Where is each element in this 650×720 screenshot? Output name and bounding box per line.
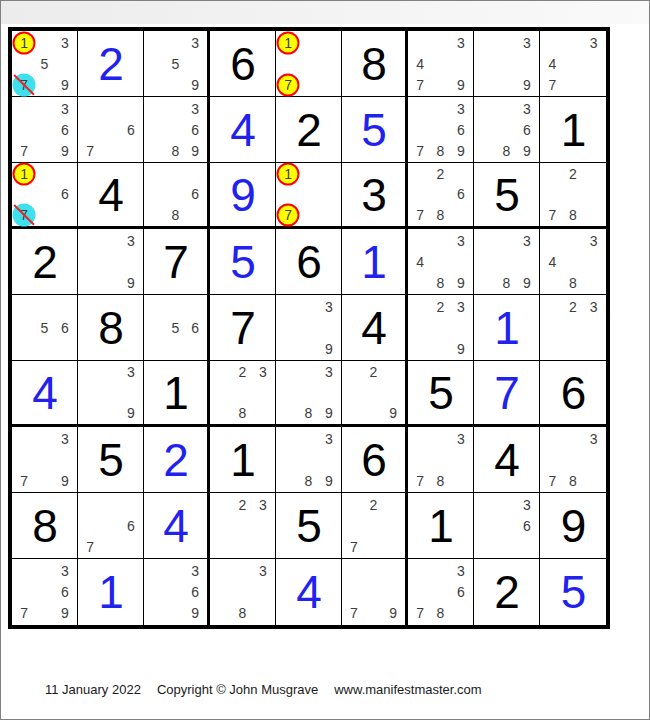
candidate-empty: [319, 205, 339, 225]
cell-r1c6[interactable]: 8: [342, 31, 408, 97]
candidate-empty: [410, 428, 430, 449]
candidate-empty: [542, 449, 563, 470]
candidate-3: 3: [55, 428, 75, 449]
solved-digit: 1: [98, 569, 123, 615]
candidate-empty: [146, 205, 166, 225]
candidate-empty: [166, 560, 186, 581]
candidate-grid: 379: [12, 427, 77, 492]
candidate-empty: [121, 536, 141, 557]
cell-r1c3[interactable]: 359: [144, 31, 210, 97]
cell-r1c5[interactable]: 17: [276, 31, 342, 97]
cell-r9c2[interactable]: 1: [78, 559, 144, 625]
given-digit: 5: [296, 503, 321, 549]
cell-r5c2[interactable]: 8: [78, 295, 144, 361]
candidate-grid: 36789: [408, 97, 473, 162]
candidate-empty: [55, 53, 75, 74]
candidate-empty: [410, 164, 430, 184]
candidate-7: 7: [80, 536, 100, 557]
candidate-empty: [212, 382, 232, 402]
candidate-8: 8: [563, 272, 584, 293]
cell-r6c3[interactable]: 1: [144, 361, 210, 427]
given-digit: 8: [32, 503, 57, 549]
given-digit: 7: [163, 239, 188, 285]
given-digit: 5: [98, 437, 123, 483]
candidate-grid: 3479: [408, 31, 473, 96]
cell-r9c1[interactable]: 3679: [12, 559, 78, 625]
cell-r8c5[interactable]: 5: [276, 493, 342, 559]
candidate-empty: [278, 338, 298, 359]
candidate-empty: [476, 272, 496, 293]
cell-r2c8[interactable]: 3689: [474, 97, 540, 163]
candidate-empty: [344, 560, 364, 581]
cell-r1c9[interactable]: 347: [540, 31, 606, 97]
candidate-empty: [476, 230, 496, 251]
candidate-9: 9: [121, 403, 141, 423]
candidate-empty: [430, 251, 450, 272]
cell-r4c5[interactable]: 6: [276, 229, 342, 295]
candidate-grid: 3679: [12, 97, 77, 162]
candidate-9: 9: [55, 470, 75, 491]
cell-r2c3[interactable]: 3689: [144, 97, 210, 163]
candidate-empty: [319, 164, 339, 184]
candidate-empty: [583, 74, 604, 95]
footer-website: www.manifestmaster.com: [334, 682, 481, 697]
candidate-empty: [185, 338, 205, 359]
candidate-empty: [451, 164, 471, 184]
candidate-empty: [430, 32, 450, 53]
cell-r4c6[interactable]: 1: [342, 229, 408, 295]
candidate-empty: [80, 382, 100, 402]
candidate-3: 3: [583, 32, 604, 53]
candidate-6: 6: [451, 119, 471, 140]
candidate-4: 4: [410, 251, 430, 272]
cell-r6c5[interactable]: 389: [276, 361, 342, 427]
candidate-empty: [496, 74, 516, 95]
candidate-empty: [583, 470, 604, 491]
candidate-empty: [583, 184, 604, 204]
candidate-empty: [563, 251, 584, 272]
cell-r4c1[interactable]: 2: [12, 229, 78, 295]
candidate-6: 6: [185, 581, 205, 602]
candidate-empty: [298, 382, 318, 402]
cell-r7c2[interactable]: 5: [78, 427, 144, 493]
candidate-empty: [146, 296, 166, 317]
candidate-empty: [542, 32, 563, 53]
candidate-empty: [496, 32, 516, 53]
given-digit: 8: [98, 305, 123, 351]
cell-r6c1[interactable]: 4: [12, 361, 78, 427]
candidate-empty: [212, 494, 232, 515]
candidate-empty: [34, 296, 54, 317]
candidate-empty: [278, 428, 298, 449]
given-digit: 4: [98, 172, 123, 218]
candidate-empty: [80, 494, 100, 515]
candidate-grid: 348: [540, 229, 606, 294]
candidate-6: 6: [451, 581, 471, 602]
candidate-empty: [542, 296, 563, 317]
candidate-empty: [364, 382, 384, 402]
cell-r6c6[interactable]: 29: [342, 361, 408, 427]
candidate-3: 3: [451, 32, 471, 53]
candidate-3: 3: [319, 362, 339, 382]
candidate-empty: [146, 164, 166, 184]
cell-r5c3[interactable]: 56: [144, 295, 210, 361]
candidate-empty: [298, 317, 318, 338]
candidate-empty: [476, 98, 496, 119]
candidate-empty: [278, 449, 298, 470]
candidate-3: 3: [55, 98, 75, 119]
candidate-empty: [496, 515, 516, 536]
given-digit: 1: [428, 503, 453, 549]
candidate-empty: [476, 251, 496, 272]
candidate-empty: [364, 403, 384, 423]
solved-digit: 2: [163, 437, 188, 483]
candidate-empty: [298, 449, 318, 470]
cell-r9c9[interactable]: 5: [540, 559, 606, 625]
candidate-1-highlighted-icon: 1: [278, 164, 298, 184]
candidate-empty: [298, 205, 318, 225]
candidate-7: 7: [410, 74, 430, 95]
given-digit: 9: [561, 503, 586, 549]
candidate-grid: 67: [78, 97, 143, 162]
cell-r9c7[interactable]: 3678: [408, 559, 474, 625]
candidate-empty: [319, 317, 339, 338]
given-digit: 6: [361, 437, 386, 483]
cell-r7c3[interactable]: 2: [144, 427, 210, 493]
candidate-3: 3: [319, 428, 339, 449]
candidate-8: 8: [298, 470, 318, 491]
candidate-3: 3: [55, 560, 75, 581]
candidate-2: 2: [430, 296, 450, 317]
candidate-grid: 13579: [12, 31, 77, 96]
candidate-empty: [278, 184, 298, 204]
candidate-8: 8: [298, 403, 318, 423]
cell-r3c5[interactable]: 17: [276, 163, 342, 229]
candidate-3: 3: [185, 32, 205, 53]
candidate-grid: 389: [276, 361, 341, 424]
cell-r1c4[interactable]: 6: [210, 31, 276, 97]
cell-r4c8[interactable]: 389: [474, 229, 540, 295]
candidate-empty: [212, 603, 232, 624]
cell-r2c5[interactable]: 2: [276, 97, 342, 163]
candidate-empty: [319, 74, 339, 95]
cell-r4c7[interactable]: 3489: [408, 229, 474, 295]
cell-r1c1[interactable]: 13579: [12, 31, 78, 97]
candidate-empty: [232, 581, 252, 602]
candidate-7: 7: [542, 470, 563, 491]
candidate-empty: [298, 296, 318, 317]
candidate-6: 6: [55, 581, 75, 602]
candidate-empty: [146, 140, 166, 161]
candidate-3: 3: [253, 560, 273, 581]
candidate-9: 9: [451, 140, 471, 161]
cell-r6c2[interactable]: 39: [78, 361, 144, 427]
candidate-empty: [563, 338, 584, 359]
candidate-grid: 369: [144, 559, 207, 625]
candidate-9: 9: [383, 403, 403, 423]
candidate-7-highlighted-icon: 7: [278, 205, 298, 225]
cell-r8c7[interactable]: 1: [408, 493, 474, 559]
cell-r6c8[interactable]: 7: [474, 361, 540, 427]
cell-r7c7[interactable]: 378: [408, 427, 474, 493]
candidate-6: 6: [517, 515, 537, 536]
candidate-empty: [100, 362, 120, 382]
cell-r3c4[interactable]: 9: [210, 163, 276, 229]
cell-r8c3[interactable]: 4: [144, 493, 210, 559]
candidate-empty: [166, 74, 186, 95]
candidate-empty: [80, 119, 100, 140]
candidate-4: 4: [542, 53, 563, 74]
candidate-6: 6: [185, 119, 205, 140]
cell-r9c4[interactable]: 38: [210, 559, 276, 625]
cell-r2c2[interactable]: 67: [78, 97, 144, 163]
cell-r7c5[interactable]: 389: [276, 427, 342, 493]
candidate-empty: [430, 428, 450, 449]
candidate-8: 8: [430, 140, 450, 161]
candidate-empty: [410, 98, 430, 119]
candidate-3: 3: [253, 362, 273, 382]
cell-r2c7[interactable]: 36789: [408, 97, 474, 163]
candidate-grid: 389: [474, 229, 539, 294]
candidate-empty: [55, 205, 75, 225]
cell-r9c3[interactable]: 369: [144, 559, 210, 625]
candidate-empty: [146, 338, 166, 359]
solved-digit: 7: [494, 370, 519, 416]
candidate-empty: [232, 515, 252, 536]
candidate-empty: [476, 32, 496, 53]
candidate-grid: 36: [474, 493, 539, 558]
candidate-empty: [34, 449, 54, 470]
candidate-7: 7: [344, 536, 364, 557]
candidate-6: 6: [121, 119, 141, 140]
candidate-grid: 67: [78, 493, 143, 558]
candidate-grid: 3689: [144, 97, 207, 162]
given-digit: 5: [428, 370, 453, 416]
candidate-grid: 238: [210, 361, 275, 424]
candidate-empty: [100, 494, 120, 515]
cell-r7c8[interactable]: 4: [474, 427, 540, 493]
candidate-empty: [563, 449, 584, 470]
candidate-empty: [410, 184, 430, 204]
candidate-4: 4: [410, 53, 430, 74]
cell-r1c2[interactable]: 2: [78, 31, 144, 97]
candidate-2: 2: [232, 494, 252, 515]
cell-r9c6[interactable]: 79: [342, 559, 408, 625]
cell-r1c7[interactable]: 3479: [408, 31, 474, 97]
cell-r5c8[interactable]: 1: [474, 295, 540, 361]
cell-r3c6[interactable]: 3: [342, 163, 408, 229]
candidate-grid: 23: [210, 493, 275, 558]
cell-r8c1[interactable]: 8: [12, 493, 78, 559]
cell-r7c1[interactable]: 379: [12, 427, 78, 493]
footer-copyright: Copyright © John Musgrave: [157, 682, 318, 697]
candidate-empty: [34, 428, 54, 449]
candidate-empty: [14, 53, 34, 74]
candidate-empty: [146, 32, 166, 53]
candidate-empty: [542, 230, 563, 251]
candidate-empty: [517, 251, 537, 272]
given-digit: 1: [163, 370, 188, 416]
cell-r4c2[interactable]: 39: [78, 229, 144, 295]
candidate-empty: [146, 119, 166, 140]
cell-r8c6[interactable]: 27: [342, 493, 408, 559]
cell-r4c4[interactable]: 5: [210, 229, 276, 295]
candidate-empty: [364, 515, 384, 536]
candidate-grid: 378: [540, 427, 606, 492]
candidate-grid: 17: [276, 163, 341, 226]
candidate-empty: [496, 98, 516, 119]
candidate-empty: [344, 382, 364, 402]
candidate-empty: [542, 317, 563, 338]
cell-r5c7[interactable]: 239: [408, 295, 474, 361]
candidate-grid: 39: [474, 31, 539, 96]
candidate-empty: [430, 53, 450, 74]
candidate-9: 9: [517, 74, 537, 95]
candidate-grid: 347: [540, 31, 606, 96]
cell-r8c2[interactable]: 67: [78, 493, 144, 559]
candidate-empty: [319, 449, 339, 470]
candidate-6: 6: [185, 184, 205, 204]
candidate-9: 9: [55, 140, 75, 161]
candidate-empty: [430, 449, 450, 470]
candidate-grid: 3489: [408, 229, 473, 294]
candidate-empty: [496, 251, 516, 272]
cell-r5c5[interactable]: 39: [276, 295, 342, 361]
candidate-2: 2: [232, 362, 252, 382]
candidate-empty: [100, 403, 120, 423]
candidate-empty: [253, 515, 273, 536]
cell-r7c4[interactable]: 1: [210, 427, 276, 493]
candidate-7: 7: [410, 140, 430, 161]
candidate-empty: [80, 230, 100, 251]
candidate-grid: 39: [78, 229, 143, 294]
candidate-8: 8: [430, 470, 450, 491]
cell-r5c1[interactable]: 56: [12, 295, 78, 361]
solved-digit: 2: [98, 41, 123, 87]
cell-r1c8[interactable]: 39: [474, 31, 540, 97]
candidate-empty: [100, 515, 120, 536]
candidate-1-highlighted-icon: 1: [14, 164, 34, 184]
candidate-empty: [166, 164, 186, 184]
cell-r6c7[interactable]: 5: [408, 361, 474, 427]
candidate-6: 6: [121, 515, 141, 536]
candidate-empty: [410, 32, 430, 53]
cell-r2c9[interactable]: 1: [540, 97, 606, 163]
candidate-6: 6: [451, 184, 471, 204]
candidate-3: 3: [451, 296, 471, 317]
candidate-empty: [278, 296, 298, 317]
cell-r5c6[interactable]: 4: [342, 295, 408, 361]
given-digit: 2: [296, 107, 321, 153]
footer-date: 11 January 2022: [45, 682, 141, 697]
candidate-empty: [34, 164, 54, 184]
candidate-empty: [14, 98, 34, 119]
candidate-3: 3: [319, 296, 339, 317]
cell-r7c6[interactable]: 6: [342, 427, 408, 493]
cell-r2c1[interactable]: 3679: [12, 97, 78, 163]
candidate-7-eliminated-icon: 7: [14, 74, 34, 95]
cell-r3c7[interactable]: 2678: [408, 163, 474, 229]
candidate-grid: 68: [144, 163, 207, 226]
candidate-3: 3: [253, 494, 273, 515]
candidate-empty: [14, 581, 34, 602]
cell-r9c5[interactable]: 4: [276, 559, 342, 625]
cell-r2c6[interactable]: 5: [342, 97, 408, 163]
candidate-3: 3: [583, 230, 604, 251]
candidate-empty: [146, 581, 166, 602]
candidate-5: 5: [34, 317, 54, 338]
cell-r6c9[interactable]: 6: [540, 361, 606, 427]
cell-r6c4[interactable]: 238: [210, 361, 276, 427]
candidate-9: 9: [55, 603, 75, 624]
cell-r8c4[interactable]: 23: [210, 493, 276, 559]
candidate-empty: [344, 515, 364, 536]
cell-r9c8[interactable]: 2: [474, 559, 540, 625]
candidate-grid: 359: [144, 31, 207, 96]
candidate-empty: [410, 230, 430, 251]
candidate-empty: [121, 98, 141, 119]
candidate-empty: [34, 98, 54, 119]
candidate-grid: 3678: [408, 559, 473, 625]
candidate-empty: [55, 338, 75, 359]
cell-r5c9[interactable]: 23: [540, 295, 606, 361]
candidate-empty: [14, 184, 34, 204]
candidate-2: 2: [430, 164, 450, 184]
cell-r8c8[interactable]: 36: [474, 493, 540, 559]
cell-r8c9[interactable]: 9: [540, 493, 606, 559]
candidate-empty: [298, 184, 318, 204]
candidate-empty: [583, 164, 604, 184]
candidate-9: 9: [319, 338, 339, 359]
candidate-empty: [410, 119, 430, 140]
candidate-6: 6: [55, 184, 75, 204]
candidate-empty: [14, 560, 34, 581]
cell-r4c9[interactable]: 348: [540, 229, 606, 295]
candidate-2: 2: [364, 362, 384, 382]
candidate-empty: [496, 536, 516, 557]
candidate-empty: [185, 53, 205, 74]
cell-r7c9[interactable]: 378: [540, 427, 606, 493]
candidate-7: 7: [410, 205, 430, 225]
cell-r2c4[interactable]: 4: [210, 97, 276, 163]
candidate-empty: [14, 296, 34, 317]
candidate-3: 3: [121, 362, 141, 382]
candidate-empty: [166, 184, 186, 204]
candidate-empty: [298, 164, 318, 184]
candidate-8: 8: [563, 470, 584, 491]
candidate-7: 7: [542, 74, 563, 95]
candidate-empty: [278, 53, 298, 74]
cell-r3c2[interactable]: 4: [78, 163, 144, 229]
candidate-3: 3: [583, 428, 604, 449]
candidate-empty: [476, 140, 496, 161]
solved-digit: 4: [230, 107, 255, 153]
cell-r5c4[interactable]: 7: [210, 295, 276, 361]
candidate-grid: 167: [12, 163, 77, 226]
cell-r3c9[interactable]: 278: [540, 163, 606, 229]
cell-r3c3[interactable]: 68: [144, 163, 210, 229]
cell-r4c3[interactable]: 7: [144, 229, 210, 295]
candidate-7: 7: [80, 140, 100, 161]
candidate-empty: [185, 296, 205, 317]
cell-r3c1[interactable]: 167: [12, 163, 78, 229]
solved-digit: 1: [494, 305, 519, 351]
cell-r3c8[interactable]: 5: [474, 163, 540, 229]
candidate-empty: [344, 362, 364, 382]
candidate-empty: [542, 272, 563, 293]
candidate-empty: [383, 382, 403, 402]
candidate-8: 8: [232, 603, 252, 624]
